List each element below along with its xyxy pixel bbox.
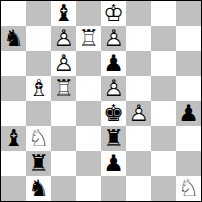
- square-f4[interactable]: ♟♙: [126, 101, 151, 126]
- square-h6[interactable]: [176, 51, 201, 76]
- square-e3[interactable]: ♜: [101, 126, 126, 151]
- square-d3[interactable]: [76, 126, 101, 151]
- square-b4[interactable]: [26, 101, 51, 126]
- square-f1[interactable]: [126, 176, 151, 201]
- square-f6[interactable]: [126, 51, 151, 76]
- white-pawn-icon: ♙: [51, 51, 76, 76]
- white-rook-icon: ♖: [51, 76, 76, 101]
- square-a3[interactable]: ♝: [1, 126, 26, 151]
- white-rook-icon: ♖: [76, 26, 101, 51]
- square-c8[interactable]: ♝: [51, 1, 76, 26]
- square-d7[interactable]: ♜♖: [76, 26, 101, 51]
- square-d2[interactable]: [76, 151, 101, 176]
- white-pawn-fill: ♟: [101, 76, 126, 101]
- square-f3[interactable]: [126, 126, 151, 151]
- square-a2[interactable]: [1, 151, 26, 176]
- black-rook-icon: ♜: [101, 126, 126, 151]
- square-d8[interactable]: [76, 1, 101, 26]
- square-a1[interactable]: [1, 176, 26, 201]
- white-pawn-fill: ♟: [101, 26, 126, 51]
- white-pawn-fill: ♟: [126, 101, 151, 126]
- white-pawn-icon: ♙: [126, 101, 151, 126]
- square-a7[interactable]: ♞: [1, 26, 26, 51]
- white-pawn-icon: ♙: [51, 26, 76, 51]
- square-h7[interactable]: [176, 26, 201, 51]
- square-b3[interactable]: ♞♘: [26, 126, 51, 151]
- white-pawn-fill: ♟: [51, 51, 76, 76]
- square-d1[interactable]: [76, 176, 101, 201]
- white-rook-fill: ♜: [76, 26, 101, 51]
- black-pawn-icon: ♟: [101, 51, 126, 76]
- black-rook-icon: ♜: [26, 151, 51, 176]
- black-knight-icon: ♞: [26, 176, 51, 201]
- square-a8[interactable]: [1, 1, 26, 26]
- square-e8[interactable]: ♚♔: [101, 1, 126, 26]
- square-f5[interactable]: [126, 76, 151, 101]
- square-g3[interactable]: [151, 126, 176, 151]
- square-e5[interactable]: ♟♙: [101, 76, 126, 101]
- square-g6[interactable]: [151, 51, 176, 76]
- square-b8[interactable]: [26, 1, 51, 26]
- square-h4[interactable]: ♟: [176, 101, 201, 126]
- square-e7[interactable]: ♟♙: [101, 26, 126, 51]
- square-c5[interactable]: ♜♖: [51, 76, 76, 101]
- square-g8[interactable]: [151, 1, 176, 26]
- white-rook-fill: ♜: [51, 76, 76, 101]
- square-g4[interactable]: [151, 101, 176, 126]
- white-pawn-fill: ♟: [51, 26, 76, 51]
- square-b6[interactable]: [26, 51, 51, 76]
- square-c7[interactable]: ♟♙: [51, 26, 76, 51]
- square-e2[interactable]: ♟: [101, 151, 126, 176]
- square-c4[interactable]: [51, 101, 76, 126]
- square-g7[interactable]: [151, 26, 176, 51]
- square-e4[interactable]: ♚: [101, 101, 126, 126]
- square-d4[interactable]: [76, 101, 101, 126]
- black-pawn-icon: ♟: [176, 101, 201, 126]
- square-a5[interactable]: [1, 76, 26, 101]
- white-knight-fill: ♞: [26, 126, 51, 151]
- white-knight-fill: ♞: [176, 176, 201, 201]
- black-knight-icon: ♞: [1, 26, 26, 51]
- square-f7[interactable]: [126, 26, 151, 51]
- square-f2[interactable]: [126, 151, 151, 176]
- square-e6[interactable]: ♟: [101, 51, 126, 76]
- square-b5[interactable]: ♝♗: [26, 76, 51, 101]
- square-c3[interactable]: [51, 126, 76, 151]
- white-knight-icon: ♘: [176, 176, 201, 201]
- white-bishop-fill: ♝: [26, 76, 51, 101]
- square-d6[interactable]: [76, 51, 101, 76]
- black-bishop-icon: ♝: [51, 1, 76, 26]
- square-h2[interactable]: [176, 151, 201, 176]
- chess-board: ♝♚♔♞♟♙♜♖♟♙♟♙♟♝♗♜♖♟♙♚♟♙♟♝♞♘♜♜♟♞♞♘: [0, 0, 202, 202]
- square-g5[interactable]: [151, 76, 176, 101]
- white-bishop-icon: ♗: [26, 76, 51, 101]
- black-pawn-icon: ♟: [101, 151, 126, 176]
- square-c6[interactable]: ♟♙: [51, 51, 76, 76]
- white-king-icon: ♔: [101, 1, 126, 26]
- white-king-fill: ♚: [101, 1, 126, 26]
- white-knight-icon: ♘: [26, 126, 51, 151]
- square-g1[interactable]: [151, 176, 176, 201]
- black-king-icon: ♚: [101, 101, 126, 126]
- square-h5[interactable]: [176, 76, 201, 101]
- square-g2[interactable]: [151, 151, 176, 176]
- square-f8[interactable]: [126, 1, 151, 26]
- square-a6[interactable]: [1, 51, 26, 76]
- square-h8[interactable]: [176, 1, 201, 26]
- square-b7[interactable]: [26, 26, 51, 51]
- black-bishop-icon: ♝: [1, 126, 26, 151]
- square-b2[interactable]: ♜: [26, 151, 51, 176]
- square-h3[interactable]: [176, 126, 201, 151]
- square-b1[interactable]: ♞: [26, 176, 51, 201]
- square-d5[interactable]: [76, 76, 101, 101]
- square-c1[interactable]: [51, 176, 76, 201]
- white-pawn-icon: ♙: [101, 76, 126, 101]
- square-a4[interactable]: [1, 101, 26, 126]
- square-h1[interactable]: ♞♘: [176, 176, 201, 201]
- square-e1[interactable]: [101, 176, 126, 201]
- white-pawn-icon: ♙: [101, 26, 126, 51]
- square-c2[interactable]: [51, 151, 76, 176]
